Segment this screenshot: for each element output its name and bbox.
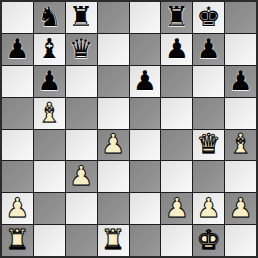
- square-b4[interactable]: [34, 130, 65, 161]
- square-c8[interactable]: ♜: [66, 2, 97, 33]
- square-a6[interactable]: [2, 66, 33, 97]
- square-e5[interactable]: [130, 98, 161, 129]
- black-pawn[interactable]: ♟: [228, 67, 252, 94]
- square-h6[interactable]: ♟: [225, 66, 256, 97]
- black-bishop[interactable]: ♝: [37, 35, 61, 62]
- square-h3[interactable]: [225, 161, 256, 192]
- white-bishop[interactable]: ♝: [37, 99, 61, 126]
- square-g1[interactable]: ♚: [193, 225, 224, 256]
- white-pawn[interactable]: ♟: [228, 194, 252, 221]
- square-b7[interactable]: ♝: [34, 34, 65, 65]
- white-pawn[interactable]: ♟: [101, 130, 125, 157]
- square-a1[interactable]: ♜: [2, 225, 33, 256]
- square-h7[interactable]: [225, 34, 256, 65]
- square-b3[interactable]: [34, 161, 65, 192]
- square-d6[interactable]: [98, 66, 129, 97]
- square-g5[interactable]: [193, 98, 224, 129]
- white-king[interactable]: ♚: [197, 226, 221, 253]
- white-rook[interactable]: ♜: [5, 226, 29, 253]
- square-d7[interactable]: [98, 34, 129, 65]
- square-d5[interactable]: [98, 98, 129, 129]
- square-c7[interactable]: ♛: [66, 34, 97, 65]
- square-a4[interactable]: [2, 130, 33, 161]
- square-e4[interactable]: [130, 130, 161, 161]
- black-pawn[interactable]: ♟: [5, 35, 29, 62]
- square-f2[interactable]: ♟: [161, 193, 192, 224]
- square-g8[interactable]: ♚: [193, 2, 224, 33]
- square-e3[interactable]: [130, 161, 161, 192]
- black-pawn[interactable]: ♟: [133, 67, 157, 94]
- square-g6[interactable]: [193, 66, 224, 97]
- black-pawn[interactable]: ♟: [197, 35, 221, 62]
- black-king[interactable]: ♚: [197, 3, 221, 30]
- square-h4[interactable]: ♝: [225, 130, 256, 161]
- black-pawn[interactable]: ♟: [37, 67, 61, 94]
- square-f4[interactable]: [161, 130, 192, 161]
- square-b8[interactable]: ♞: [34, 2, 65, 33]
- white-pawn[interactable]: ♟: [165, 194, 189, 221]
- square-g2[interactable]: ♟: [193, 193, 224, 224]
- square-c5[interactable]: [66, 98, 97, 129]
- white-bishop[interactable]: ♝: [228, 130, 252, 157]
- black-rook[interactable]: ♜: [165, 3, 189, 30]
- white-pawn[interactable]: ♟: [69, 162, 93, 189]
- square-a7[interactable]: ♟: [2, 34, 33, 65]
- chess-board-frame: ♞♜♜♚♟♝♛♟♟♟♟♟♝♟♛♝♟♟♟♟♟♜♜♚: [0, 0, 258, 258]
- square-b6[interactable]: ♟: [34, 66, 65, 97]
- square-e1[interactable]: [130, 225, 161, 256]
- black-pawn[interactable]: ♟: [165, 35, 189, 62]
- square-f7[interactable]: ♟: [161, 34, 192, 65]
- square-f8[interactable]: ♜: [161, 2, 192, 33]
- black-knight[interactable]: ♞: [37, 3, 61, 30]
- black-queen[interactable]: ♛: [69, 35, 93, 62]
- square-a2[interactable]: ♟: [2, 193, 33, 224]
- square-e2[interactable]: [130, 193, 161, 224]
- white-pawn[interactable]: ♟: [197, 194, 221, 221]
- square-c2[interactable]: [66, 193, 97, 224]
- square-d3[interactable]: [98, 161, 129, 192]
- square-c4[interactable]: [66, 130, 97, 161]
- chess-board: ♞♜♜♚♟♝♛♟♟♟♟♟♝♟♛♝♟♟♟♟♟♜♜♚: [2, 2, 256, 256]
- square-a5[interactable]: [2, 98, 33, 129]
- white-queen[interactable]: ♛: [197, 130, 221, 157]
- square-d8[interactable]: [98, 2, 129, 33]
- square-h5[interactable]: [225, 98, 256, 129]
- square-b1[interactable]: [34, 225, 65, 256]
- white-pawn[interactable]: ♟: [5, 194, 29, 221]
- square-f6[interactable]: [161, 66, 192, 97]
- square-b2[interactable]: [34, 193, 65, 224]
- square-d1[interactable]: ♜: [98, 225, 129, 256]
- square-d4[interactable]: ♟: [98, 130, 129, 161]
- square-c3[interactable]: ♟: [66, 161, 97, 192]
- square-e6[interactable]: ♟: [130, 66, 161, 97]
- square-h8[interactable]: [225, 2, 256, 33]
- black-rook[interactable]: ♜: [69, 3, 93, 30]
- square-g3[interactable]: [193, 161, 224, 192]
- square-g7[interactable]: ♟: [193, 34, 224, 65]
- square-e8[interactable]: [130, 2, 161, 33]
- white-rook[interactable]: ♜: [101, 226, 125, 253]
- square-c6[interactable]: [66, 66, 97, 97]
- square-h1[interactable]: [225, 225, 256, 256]
- square-a3[interactable]: [2, 161, 33, 192]
- square-f1[interactable]: [161, 225, 192, 256]
- square-c1[interactable]: [66, 225, 97, 256]
- square-a8[interactable]: [2, 2, 33, 33]
- square-g4[interactable]: ♛: [193, 130, 224, 161]
- square-e7[interactable]: [130, 34, 161, 65]
- square-d2[interactable]: [98, 193, 129, 224]
- square-f3[interactable]: [161, 161, 192, 192]
- square-h2[interactable]: ♟: [225, 193, 256, 224]
- square-f5[interactable]: [161, 98, 192, 129]
- square-b5[interactable]: ♝: [34, 98, 65, 129]
